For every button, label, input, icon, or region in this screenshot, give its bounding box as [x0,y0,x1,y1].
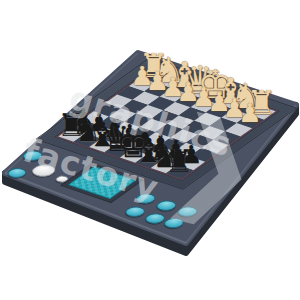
piece-black-R-h8[interactable]: ♜ [165,146,193,177]
electronic-chess-computer: ♜♞♝♛♚♝♞♜♟♟♟♟♟♟♟♟♟♟♟♟♟♟♟♟♜♞♝♛♚♝♞♜ graphic… [0,0,300,300]
piece-white-P-h2[interactable]: ♟ [238,100,261,126]
